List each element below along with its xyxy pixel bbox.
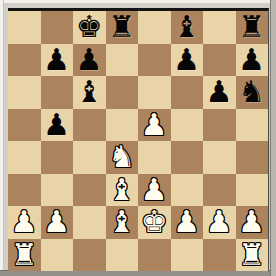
square-g4[interactable] xyxy=(203,141,236,174)
white-pawn: ♟ xyxy=(43,206,70,238)
square-c7[interactable]: ♟ xyxy=(73,44,106,77)
white-rook: ♜ xyxy=(11,239,38,271)
square-a6[interactable] xyxy=(8,76,41,109)
square-b7[interactable]: ♟ xyxy=(41,44,74,77)
square-e5[interactable]: ♟ xyxy=(138,109,171,142)
white-pawn: ♟ xyxy=(141,109,168,141)
square-a8[interactable] xyxy=(8,11,41,44)
square-g2[interactable]: ♟ xyxy=(203,206,236,239)
square-g7[interactable] xyxy=(203,44,236,77)
white-pawn: ♟ xyxy=(173,206,200,238)
square-c8[interactable]: ♚ xyxy=(73,11,106,44)
square-a2[interactable]: ♟ xyxy=(8,206,41,239)
square-b8[interactable] xyxy=(41,11,74,44)
square-e4[interactable] xyxy=(138,141,171,174)
square-f1[interactable] xyxy=(171,239,204,272)
black-bishop: ♝ xyxy=(76,76,103,108)
square-b4[interactable] xyxy=(41,141,74,174)
white-bishop: ♝ xyxy=(108,206,135,238)
square-a3[interactable] xyxy=(8,174,41,207)
square-g1[interactable] xyxy=(203,239,236,272)
black-knight: ♞ xyxy=(238,76,265,108)
white-knight: ♞ xyxy=(108,141,135,173)
frame-bevel-top xyxy=(0,0,276,3)
square-e3[interactable]: ♟ xyxy=(138,174,171,207)
black-pawn: ♟ xyxy=(43,44,70,76)
square-c2[interactable] xyxy=(73,206,106,239)
white-rook: ♜ xyxy=(238,239,265,271)
black-bishop: ♝ xyxy=(173,11,200,43)
black-rook: ♜ xyxy=(238,11,265,43)
square-c5[interactable] xyxy=(73,109,106,142)
square-f3[interactable] xyxy=(171,174,204,207)
square-e2[interactable]: ♚ xyxy=(138,206,171,239)
square-d7[interactable] xyxy=(106,44,139,77)
black-rook: ♜ xyxy=(108,11,135,43)
square-e7[interactable] xyxy=(138,44,171,77)
square-d6[interactable] xyxy=(106,76,139,109)
square-f6[interactable] xyxy=(171,76,204,109)
white-pawn: ♟ xyxy=(206,206,233,238)
square-g6[interactable]: ♟ xyxy=(203,76,236,109)
black-pawn: ♟ xyxy=(76,44,103,76)
square-b2[interactable]: ♟ xyxy=(41,206,74,239)
white-pawn: ♟ xyxy=(11,206,38,238)
frame-bevel-right xyxy=(270,0,276,276)
square-h3[interactable] xyxy=(236,174,269,207)
square-h8[interactable]: ♜ xyxy=(236,11,269,44)
white-king: ♚ xyxy=(141,206,168,238)
white-pawn: ♟ xyxy=(141,174,168,206)
square-h5[interactable] xyxy=(236,109,269,142)
square-a4[interactable] xyxy=(8,141,41,174)
square-h4[interactable] xyxy=(236,141,269,174)
black-pawn: ♟ xyxy=(173,44,200,76)
black-king: ♚ xyxy=(76,11,103,43)
black-pawn: ♟ xyxy=(43,109,70,141)
square-h7[interactable]: ♟ xyxy=(236,44,269,77)
square-b3[interactable] xyxy=(41,174,74,207)
square-d8[interactable]: ♜ xyxy=(106,11,139,44)
black-pawn: ♟ xyxy=(206,76,233,108)
white-bishop: ♝ xyxy=(108,174,135,206)
square-g8[interactable] xyxy=(203,11,236,44)
square-a1[interactable]: ♜ xyxy=(8,239,41,272)
square-d3[interactable]: ♝ xyxy=(106,174,139,207)
square-h6[interactable]: ♞ xyxy=(236,76,269,109)
chess-board: ♚♜♝♜♟♟♟♟♝♟♞♟♟♞♝♟♟♟♝♚♟♟♟♜♜ xyxy=(8,8,269,271)
square-c1[interactable] xyxy=(73,239,106,272)
square-e6[interactable] xyxy=(138,76,171,109)
square-c4[interactable] xyxy=(73,141,106,174)
square-g5[interactable] xyxy=(203,109,236,142)
square-d5[interactable] xyxy=(106,109,139,142)
white-pawn: ♟ xyxy=(238,206,265,238)
square-f5[interactable] xyxy=(171,109,204,142)
square-a5[interactable] xyxy=(8,109,41,142)
square-f2[interactable]: ♟ xyxy=(171,206,204,239)
square-e8[interactable] xyxy=(138,11,171,44)
black-pawn: ♟ xyxy=(238,44,265,76)
square-a7[interactable] xyxy=(8,44,41,77)
square-b1[interactable] xyxy=(41,239,74,272)
square-d2[interactable]: ♝ xyxy=(106,206,139,239)
square-g3[interactable] xyxy=(203,174,236,207)
square-d1[interactable] xyxy=(106,239,139,272)
square-f4[interactable] xyxy=(171,141,204,174)
square-b5[interactable]: ♟ xyxy=(41,109,74,142)
square-f8[interactable]: ♝ xyxy=(171,11,204,44)
chess-app-window: ♚♜♝♜♟♟♟♟♝♟♞♟♟♞♝♟♟♟♝♚♟♟♟♜♜ xyxy=(0,0,276,276)
square-c6[interactable]: ♝ xyxy=(73,76,106,109)
square-h2[interactable]: ♟ xyxy=(236,206,269,239)
square-d4[interactable]: ♞ xyxy=(106,141,139,174)
square-h1[interactable]: ♜ xyxy=(236,239,269,272)
frame-bevel-left xyxy=(0,0,4,276)
square-e1[interactable] xyxy=(138,239,171,272)
square-f7[interactable]: ♟ xyxy=(171,44,204,77)
square-b6[interactable] xyxy=(41,76,74,109)
square-c3[interactable] xyxy=(73,174,106,207)
